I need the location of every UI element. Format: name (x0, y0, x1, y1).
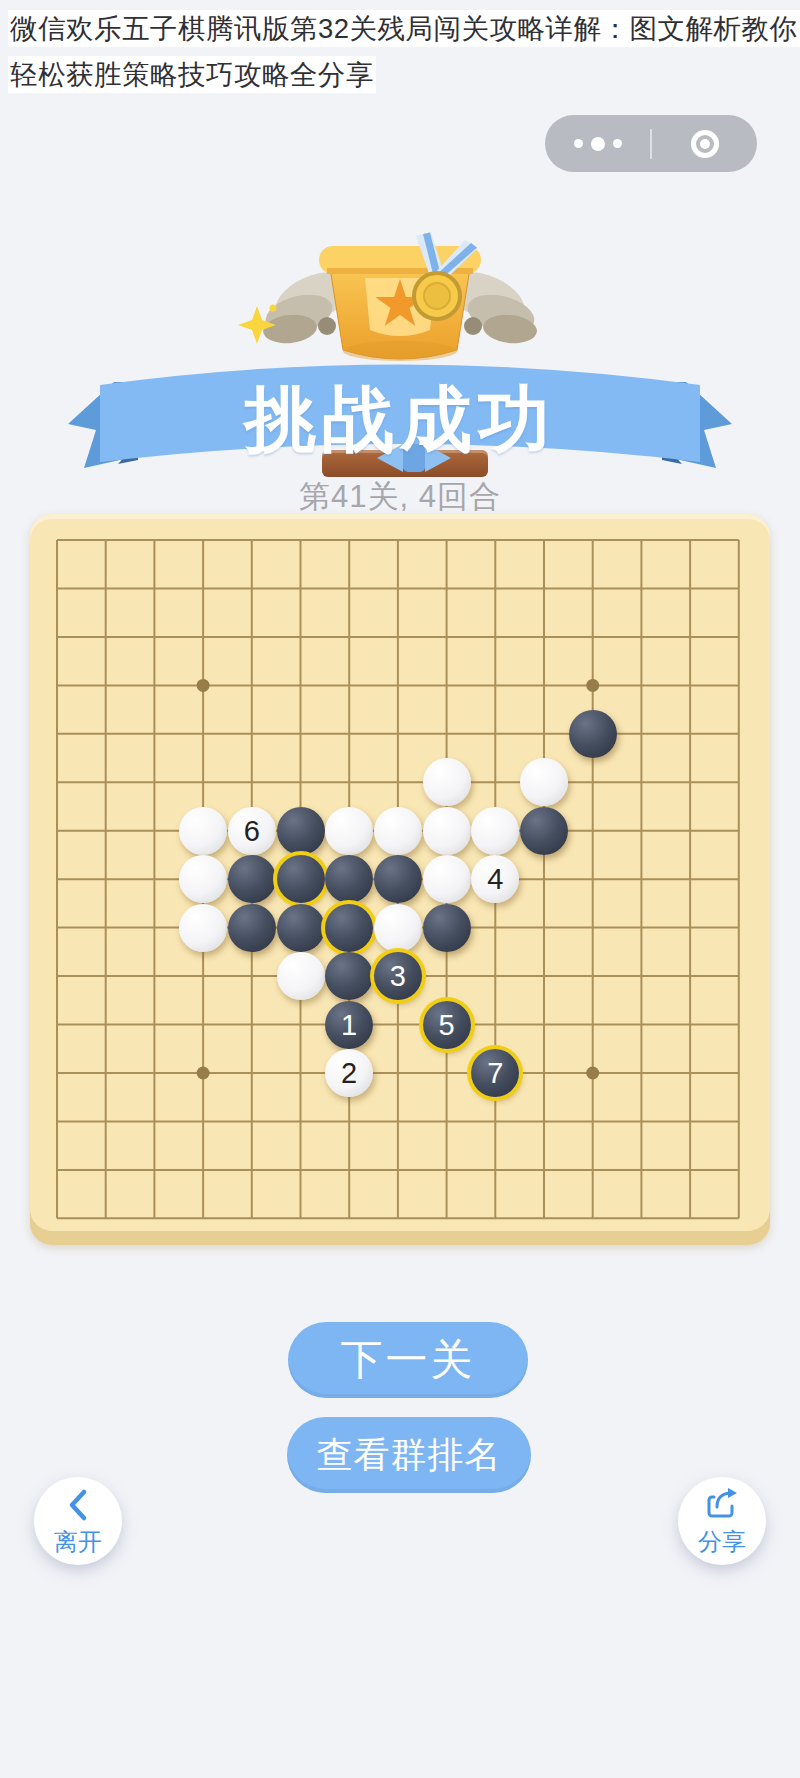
stone-black (228, 904, 276, 952)
leave-button[interactable]: 离开 (34, 1477, 122, 1565)
banner-text: 挑战成功 (0, 372, 800, 468)
more-menu-button[interactable] (545, 115, 650, 172)
gomoku-board: 6431527 (30, 514, 770, 1245)
stone-black (374, 855, 422, 903)
close-circle-icon (691, 130, 719, 158)
stone-white-move-2: 2 (325, 1049, 373, 1097)
level-info: 第41关, 4回合 (0, 476, 800, 518)
stone-white (423, 758, 471, 806)
next-level-button[interactable]: 下一关 (288, 1322, 528, 1398)
share-icon (704, 1487, 740, 1521)
close-minigame-button[interactable] (652, 115, 757, 172)
more-dots-icon (574, 137, 622, 151)
star-point (586, 679, 599, 692)
minigame-screen: 微信欢乐五子棋腾讯版第32关残局闯关攻略详解：图文解析教你轻松获胜策略技巧攻略全… (0, 0, 800, 1778)
stone-black (277, 904, 325, 952)
page-title-text: 微信欢乐五子棋腾讯版第32关残局闯关攻略详解：图文解析教你轻松获胜策略技巧攻略全… (8, 10, 800, 93)
stone-white (179, 855, 227, 903)
page-title: 微信欢乐五子棋腾讯版第32关残局闯关攻略详解：图文解析教你轻松获胜策略技巧攻略全… (0, 0, 800, 102)
stone-white (179, 807, 227, 855)
stone-black-move-7: 7 (471, 1049, 519, 1097)
stone-black (423, 904, 471, 952)
stone-white (277, 952, 325, 1000)
stone-white (520, 758, 568, 806)
stone-white (179, 904, 227, 952)
share-button[interactable]: 分享 (678, 1477, 766, 1565)
stone-black-move-1: 1 (325, 1001, 373, 1049)
stone-black (569, 710, 617, 758)
stone-black (228, 855, 276, 903)
stone-white (374, 904, 422, 952)
share-label: 分享 (678, 1526, 766, 1558)
star-point (197, 1067, 210, 1080)
stone-black (277, 855, 325, 903)
stone-black-move-5: 5 (423, 1001, 471, 1049)
stone-black (277, 807, 325, 855)
stone-white (374, 807, 422, 855)
wechat-capsule (545, 115, 757, 172)
stone-white (423, 855, 471, 903)
stone-black (325, 904, 373, 952)
stone-white (325, 807, 373, 855)
group-ranking-button[interactable]: 查看群排名 (287, 1417, 531, 1493)
stone-black (520, 807, 568, 855)
stone-white (471, 807, 519, 855)
stone-white-move-6: 6 (228, 807, 276, 855)
stone-black (325, 952, 373, 1000)
stone-black-move-3: 3 (374, 952, 422, 1000)
star-point (197, 679, 210, 692)
back-chevron-icon (65, 1487, 91, 1523)
leave-label: 离开 (34, 1526, 122, 1558)
stone-white (423, 807, 471, 855)
star-point (586, 1067, 599, 1080)
